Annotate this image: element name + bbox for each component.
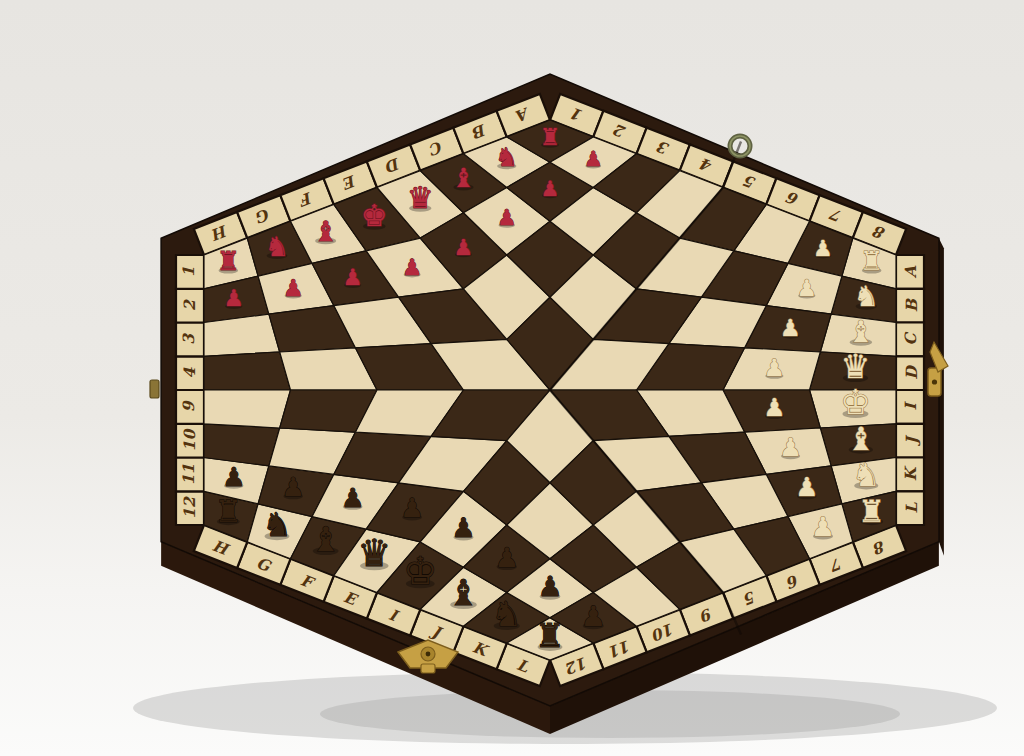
svg-text:♟: ♟ [538,570,563,602]
piece-white-pawn-B7[interactable]: ♟ [797,275,817,301]
svg-text:♟: ♟ [402,254,422,280]
border-label-left-2: 2 [180,299,199,311]
svg-text:♞: ♞ [262,506,291,544]
border-label-left-3: 3 [179,333,198,345]
svg-text:♟: ♟ [811,511,835,542]
svg-text:♝: ♝ [448,572,479,613]
svg-text:♜: ♜ [535,617,564,655]
piece-white-pawn-D7[interactable]: ♟ [764,354,786,382]
right-latch [928,342,948,396]
svg-text:♟: ♟ [795,472,818,502]
three-player-chess-board: HGFEDCBA12345678ABCDIJKL87659101112LKJIE… [0,0,1024,756]
piece-red-rook-H1[interactable]: ♜ [217,246,240,276]
piece-dark-rook-L12[interactable]: ♜ [535,617,564,655]
piece-dark-pawn-H11[interactable]: ♟ [222,462,245,492]
piece-dark-pawn-K11[interactable]: ♟ [538,570,563,602]
piece-white-pawn-A7[interactable]: ♟ [813,235,833,261]
piece-dark-pawn-L11[interactable]: ♟ [581,600,606,633]
svg-text:♚: ♚ [361,198,388,233]
piece-white-pawn-L7[interactable]: ♟ [811,511,835,542]
border-label-left-12: 12 [180,496,199,519]
piece-dark-rook-H12[interactable]: ♜ [215,494,242,529]
piece-dark-knight-K12[interactable]: ♞ [491,594,522,634]
border-label-white_home-D: D [902,365,921,380]
piece-dark-king-I12[interactable]: ♚ [403,549,437,593]
piece-red-king-E1[interactable]: ♚ [361,198,388,233]
photo-stage: HGFEDCBA12345678ABCDIJKL87659101112LKJIE… [0,0,1024,756]
piece-dark-pawn-F11[interactable]: ♟ [341,483,364,513]
piece-red-pawn-A2[interactable]: ♟ [584,147,603,171]
piece-white-bishop-C8[interactable]: ♝ [848,314,875,349]
piece-red-pawn-H2[interactable]: ♟ [223,285,244,311]
svg-text:♟: ♟ [764,354,786,382]
svg-text:♟: ♟ [497,205,516,230]
piece-dark-knight-G12[interactable]: ♞ [262,506,291,544]
piece-white-pawn-J7[interactable]: ♟ [779,433,802,462]
piece-red-pawn-F2[interactable]: ♟ [343,264,363,290]
border-label-left-10: 10 [180,428,199,452]
svg-text:♞: ♞ [854,280,879,313]
piece-red-pawn-C2[interactable]: ♟ [497,205,516,230]
piece-white-pawn-C7[interactable]: ♟ [780,314,801,342]
piece-red-pawn-G2[interactable]: ♟ [283,275,303,301]
piece-white-queen-D8[interactable]: ♛ [841,347,871,386]
border-label-left-9: 9 [179,400,198,412]
piece-dark-pawn-J11[interactable]: ♟ [495,542,519,573]
svg-text:♟: ♟ [283,275,303,301]
piece-red-bishop-C1[interactable]: ♝ [452,162,476,193]
border-label-white_home-A: A [901,265,920,279]
piece-white-knight-K8[interactable]: ♞ [852,457,880,493]
piece-red-queen-D1[interactable]: ♛ [407,181,434,215]
svg-text:♚: ♚ [403,549,437,593]
piece-white-king-I8[interactable]: ♚ [840,382,871,422]
piece-white-pawn-K7[interactable]: ♟ [795,472,818,502]
svg-text:♟: ♟ [797,275,817,301]
piece-red-pawn-D2[interactable]: ♟ [454,234,474,260]
svg-text:♜: ♜ [215,494,242,529]
border-label-white_home-C: C [901,332,920,346]
svg-text:♟: ♟ [223,285,244,311]
svg-text:♞: ♞ [491,594,522,634]
svg-text:♜: ♜ [539,123,560,151]
svg-text:♟: ♟ [282,472,305,502]
piece-dark-pawn-I11[interactable]: ♟ [452,512,476,543]
svg-text:♟: ♟ [584,147,603,171]
border-label-white_home-B: B [902,297,921,312]
svg-text:♝: ♝ [847,420,876,458]
cell-H9[interactable] [204,390,291,428]
piece-red-pawn-E2[interactable]: ♟ [402,254,422,280]
piece-dark-bishop-F12[interactable]: ♝ [310,519,340,559]
svg-text:♜: ♜ [217,246,240,276]
svg-text:♟: ♟ [495,542,519,573]
svg-text:♟: ♟ [763,393,785,422]
svg-text:♟: ♟ [222,462,245,492]
svg-text:♜: ♜ [858,494,885,529]
svg-text:♟: ♟ [452,512,476,543]
svg-text:♚: ♚ [840,382,871,422]
piece-dark-bishop-J12[interactable]: ♝ [448,572,479,613]
border-label-white_home-L: L [902,502,921,514]
svg-text:♟: ♟ [341,483,364,513]
piece-dark-pawn-G11[interactable]: ♟ [282,472,305,502]
svg-text:♟: ♟ [343,264,363,290]
svg-text:♞: ♞ [265,231,289,262]
svg-text:♟: ♟ [780,314,801,342]
cell-H3[interactable] [204,314,280,356]
svg-text:♝: ♝ [452,162,476,193]
svg-text:♟: ♟ [400,493,424,523]
piece-white-rook-A8[interactable]: ♜ [860,246,883,276]
svg-text:♟: ♟ [581,600,606,633]
cell-H4[interactable] [204,352,291,390]
piece-red-rook-A1[interactable]: ♜ [539,123,560,151]
svg-text:♞: ♞ [852,457,880,493]
svg-text:♞: ♞ [495,142,518,172]
svg-text:♟: ♟ [454,234,474,260]
svg-text:♛: ♛ [841,347,871,386]
left-latch [150,380,159,398]
piece-red-knight-B1[interactable]: ♞ [495,142,518,172]
svg-text:♜: ♜ [860,246,883,276]
svg-text:♟: ♟ [541,176,560,201]
piece-dark-queen-E12[interactable]: ♛ [358,531,392,575]
border-label-left-1: 1 [179,267,198,278]
border-label-left-11: 11 [179,464,198,486]
svg-text:♛: ♛ [358,531,392,575]
border-label-left-4: 4 [180,366,199,378]
piece-dark-pawn-E11[interactable]: ♟ [400,493,424,523]
piece-red-pawn-B2[interactable]: ♟ [541,176,560,201]
piece-white-knight-B8[interactable]: ♞ [854,280,879,313]
piece-red-bishop-F1[interactable]: ♝ [313,215,338,248]
svg-text:♛: ♛ [407,181,434,215]
svg-text:♟: ♟ [813,235,833,261]
svg-text:♝: ♝ [313,215,338,248]
svg-text:♟: ♟ [779,433,802,462]
piece-white-rook-L8[interactable]: ♜ [858,494,885,529]
piece-white-bishop-J8[interactable]: ♝ [847,420,876,458]
svg-text:♝: ♝ [310,519,340,559]
svg-text:♝: ♝ [848,314,875,349]
piece-red-knight-G1[interactable]: ♞ [265,231,289,262]
piece-white-pawn-I7[interactable]: ♟ [763,393,785,422]
